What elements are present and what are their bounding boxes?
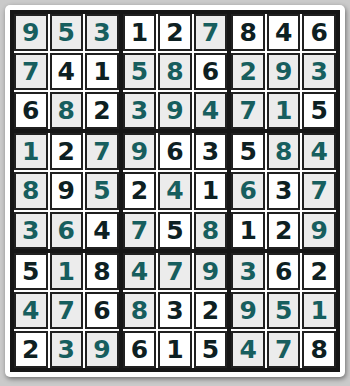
cell-r9c1[interactable]: 2: [14, 331, 48, 368]
cell-r3c7[interactable]: 7: [231, 92, 265, 129]
cell-r9c2[interactable]: 3: [50, 331, 84, 368]
cell-r6c2[interactable]: 6: [50, 212, 84, 249]
cell-r8c7[interactable]: 9: [231, 292, 265, 329]
cell-r5c2[interactable]: 9: [50, 172, 84, 209]
cell-r3c3[interactable]: 2: [85, 92, 119, 129]
box-2-3: 584637129: [231, 133, 336, 248]
cell-r3c2[interactable]: 8: [50, 92, 84, 129]
box-1-1: 953741682: [14, 14, 119, 129]
box-3-2: 479832615: [123, 253, 228, 368]
cell-r4c7[interactable]: 5: [231, 133, 265, 170]
cell-r1c6[interactable]: 7: [194, 14, 228, 51]
cell-r9c7[interactable]: 4: [231, 331, 265, 368]
cell-r9c5[interactable]: 1: [158, 331, 192, 368]
cell-r7c6[interactable]: 9: [194, 253, 228, 290]
cell-r3c6[interactable]: 4: [194, 92, 228, 129]
cell-r2c2[interactable]: 4: [50, 53, 84, 90]
cell-r7c3[interactable]: 8: [85, 253, 119, 290]
cell-r6c7[interactable]: 1: [231, 212, 265, 249]
cell-r7c4[interactable]: 4: [123, 253, 157, 290]
cell-r1c8[interactable]: 4: [267, 14, 301, 51]
box-3-1: 518476239: [14, 253, 119, 368]
cell-r8c4[interactable]: 8: [123, 292, 157, 329]
cell-r1c2[interactable]: 5: [50, 14, 84, 51]
cell-r3c8[interactable]: 1: [267, 92, 301, 129]
cell-r4c2[interactable]: 2: [50, 133, 84, 170]
cell-r5c4[interactable]: 2: [123, 172, 157, 209]
cell-r4c5[interactable]: 6: [158, 133, 192, 170]
cell-r3c1[interactable]: 6: [14, 92, 48, 129]
cell-r9c8[interactable]: 7: [267, 331, 301, 368]
cell-r1c4[interactable]: 1: [123, 14, 157, 51]
cell-r2c8[interactable]: 9: [267, 53, 301, 90]
cell-r4c8[interactable]: 8: [267, 133, 301, 170]
box-1-3: 846293715: [231, 14, 336, 129]
cell-r5c5[interactable]: 4: [158, 172, 192, 209]
cell-r6c6[interactable]: 8: [194, 212, 228, 249]
cell-r8c5[interactable]: 3: [158, 292, 192, 329]
cell-r1c1[interactable]: 9: [14, 14, 48, 51]
cell-r1c5[interactable]: 2: [158, 14, 192, 51]
sudoku-board: 9537416821275863948462937151278953649632…: [10, 10, 340, 372]
cell-r8c1[interactable]: 4: [14, 292, 48, 329]
cell-r4c9[interactable]: 4: [302, 133, 336, 170]
cell-r9c4[interactable]: 6: [123, 331, 157, 368]
box-1-2: 127586394: [123, 14, 228, 129]
cell-r7c7[interactable]: 3: [231, 253, 265, 290]
cell-r5c8[interactable]: 3: [267, 172, 301, 209]
cell-r4c3[interactable]: 7: [85, 133, 119, 170]
cell-r7c9[interactable]: 2: [302, 253, 336, 290]
cell-r8c2[interactable]: 7: [50, 292, 84, 329]
cell-r4c6[interactable]: 3: [194, 133, 228, 170]
cell-r3c5[interactable]: 9: [158, 92, 192, 129]
box-2-2: 963241758: [123, 133, 228, 248]
cell-r1c7[interactable]: 8: [231, 14, 265, 51]
cell-r7c8[interactable]: 6: [267, 253, 301, 290]
cell-r4c1[interactable]: 1: [14, 133, 48, 170]
cell-r8c3[interactable]: 6: [85, 292, 119, 329]
cell-r2c6[interactable]: 6: [194, 53, 228, 90]
cell-r4c4[interactable]: 9: [123, 133, 157, 170]
cell-r6c3[interactable]: 4: [85, 212, 119, 249]
cell-r5c6[interactable]: 1: [194, 172, 228, 209]
cell-r6c9[interactable]: 9: [302, 212, 336, 249]
cell-r6c1[interactable]: 3: [14, 212, 48, 249]
cell-r9c9[interactable]: 8: [302, 331, 336, 368]
cell-r2c9[interactable]: 3: [302, 53, 336, 90]
cell-r9c3[interactable]: 9: [85, 331, 119, 368]
cell-r6c8[interactable]: 2: [267, 212, 301, 249]
cell-r5c9[interactable]: 7: [302, 172, 336, 209]
cell-r2c3[interactable]: 1: [85, 53, 119, 90]
cell-r6c5[interactable]: 5: [158, 212, 192, 249]
cell-r5c7[interactable]: 6: [231, 172, 265, 209]
cell-r7c5[interactable]: 7: [158, 253, 192, 290]
cell-r6c4[interactable]: 7: [123, 212, 157, 249]
cell-r9c6[interactable]: 5: [194, 331, 228, 368]
cell-r8c9[interactable]: 1: [302, 292, 336, 329]
cell-r2c4[interactable]: 5: [123, 53, 157, 90]
cell-r7c1[interactable]: 5: [14, 253, 48, 290]
cell-r5c1[interactable]: 8: [14, 172, 48, 209]
cell-r8c8[interactable]: 5: [267, 292, 301, 329]
cell-r2c1[interactable]: 7: [14, 53, 48, 90]
box-2-1: 127895364: [14, 133, 119, 248]
cell-r8c6[interactable]: 2: [194, 292, 228, 329]
cell-r2c7[interactable]: 2: [231, 53, 265, 90]
cell-r3c9[interactable]: 5: [302, 92, 336, 129]
cell-r2c5[interactable]: 8: [158, 53, 192, 90]
sudoku-board-card: 9537416821275863948462937151278953649632…: [5, 5, 345, 377]
cell-r3c4[interactable]: 3: [123, 92, 157, 129]
cell-r1c3[interactable]: 3: [85, 14, 119, 51]
box-3-3: 362951478: [231, 253, 336, 368]
cell-r1c9[interactable]: 6: [302, 14, 336, 51]
cell-r5c3[interactable]: 5: [85, 172, 119, 209]
cell-r7c2[interactable]: 1: [50, 253, 84, 290]
